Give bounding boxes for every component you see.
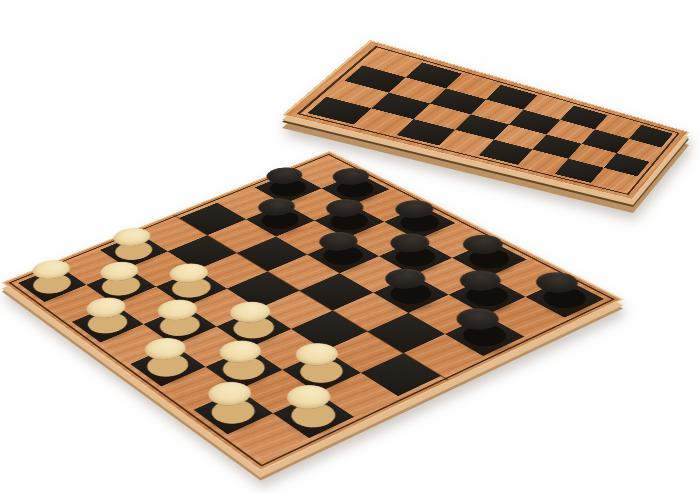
checkers-set-photo [0,0,700,494]
main-board-squares [18,158,604,460]
checker-man-light[interactable] [26,256,77,283]
main-board [0,0,700,494]
main-board-face [2,151,623,472]
checker-man-light[interactable] [107,225,158,250]
